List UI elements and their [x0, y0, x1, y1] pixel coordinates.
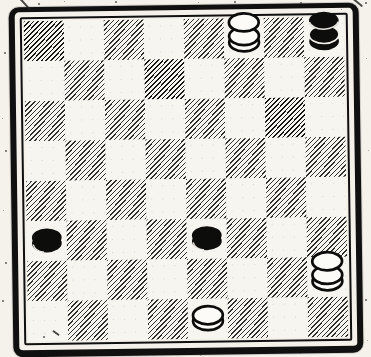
scan-speck: [365, 2, 367, 4]
square-1[interactable]: [64, 20, 105, 61]
dark-square-r3c7[interactable]: [265, 97, 306, 138]
dark-square-r1c3[interactable]: [104, 20, 145, 61]
board-frame: [9, 3, 364, 357]
white-king-square-3[interactable]: [225, 8, 263, 59]
scan-speck: [5, 150, 7, 152]
dark-square-r7c1[interactable]: [27, 261, 68, 302]
dark-square-r1c1[interactable]: [24, 21, 65, 62]
dark-square-r2c8[interactable]: [304, 57, 345, 98]
scan-speck: [234, 1, 236, 3]
square-9[interactable]: [65, 100, 106, 141]
dark-square-r3c5[interactable]: [185, 98, 226, 139]
square-12[interactable]: [305, 97, 346, 138]
scan-speck: [4, 52, 6, 54]
square-17[interactable]: [66, 180, 107, 221]
square-31[interactable]: [188, 298, 229, 339]
square-3[interactable]: [224, 18, 265, 59]
square-23[interactable]: [187, 218, 228, 259]
square-29[interactable]: [28, 301, 69, 342]
dark-square-r3c1[interactable]: [25, 101, 66, 142]
scan-speck: [2, 300, 4, 302]
dark-square-r6c4[interactable]: [147, 219, 188, 260]
scan-speck: [366, 58, 367, 59]
dark-square-r6c2[interactable]: [67, 220, 108, 261]
dark-square-r1c5[interactable]: [184, 18, 225, 59]
black-man-square-23[interactable]: [188, 220, 225, 257]
dark-square-r2c4[interactable]: [144, 59, 185, 100]
square-4[interactable]: [304, 17, 345, 58]
square-13[interactable]: [25, 141, 66, 182]
dark-square-r4c4[interactable]: [145, 139, 186, 180]
scan-speck: [365, 299, 367, 301]
board-inner-border: [20, 13, 353, 346]
square-5[interactable]: [24, 61, 65, 102]
dark-square-r5c7[interactable]: [266, 177, 307, 218]
dark-square-r2c6[interactable]: [224, 58, 265, 99]
scan-speck: [2, 118, 3, 119]
dark-square-r1c7[interactable]: [264, 17, 305, 58]
square-6[interactable]: [104, 60, 145, 101]
scan-speck: [3, 210, 4, 211]
square-21[interactable]: [27, 221, 68, 262]
square-30[interactable]: [108, 300, 149, 341]
dark-square-r3c3[interactable]: [105, 100, 146, 141]
square-18[interactable]: [146, 179, 187, 220]
scan-speck: [38, 3, 40, 5]
dark-square-r8c2[interactable]: [68, 300, 109, 341]
square-14[interactable]: [105, 140, 146, 181]
dark-square-r5c3[interactable]: [106, 180, 147, 221]
scan-speck: [115, 1, 117, 3]
dark-square-r4c8[interactable]: [305, 137, 346, 178]
black-king-square-4[interactable]: [305, 7, 343, 58]
scan-speck: [367, 340, 368, 341]
checkers-board: [24, 17, 348, 341]
white-king-square-28[interactable]: [308, 247, 346, 298]
dark-square-r5c5[interactable]: [186, 178, 227, 219]
square-28[interactable]: [307, 257, 348, 298]
square-22[interactable]: [107, 220, 148, 261]
square-10[interactable]: [145, 99, 186, 140]
square-24[interactable]: [267, 217, 308, 258]
dark-square-r4c6[interactable]: [225, 138, 266, 179]
square-15[interactable]: [185, 138, 226, 179]
scan-speck: [368, 150, 369, 151]
square-19[interactable]: [226, 178, 267, 219]
dark-square-r6c6[interactable]: [227, 218, 268, 259]
dark-square-r4c2[interactable]: [65, 140, 106, 181]
dark-square-r2c2[interactable]: [64, 60, 105, 101]
dark-square-r5c1[interactable]: [26, 181, 67, 222]
scanned-checkers-diagram: [0, 0, 371, 357]
square-2[interactable]: [144, 19, 185, 60]
white-man-square-31[interactable]: [189, 300, 226, 337]
square-26[interactable]: [147, 259, 188, 300]
scan-speck: [200, 355, 201, 356]
square-11[interactable]: [225, 98, 266, 139]
square-7[interactable]: [184, 58, 225, 99]
square-16[interactable]: [265, 137, 306, 178]
dark-square-r8c6[interactable]: [228, 298, 269, 339]
dark-square-r8c4[interactable]: [148, 299, 189, 340]
dark-square-r8c8[interactable]: [308, 297, 349, 338]
square-8[interactable]: [264, 57, 305, 98]
black-man-square-21[interactable]: [28, 223, 65, 260]
scan-speck: [198, 2, 199, 3]
dark-square-r7c5[interactable]: [187, 258, 228, 299]
dark-square-r7c3[interactable]: [107, 260, 148, 301]
dark-square-r7c7[interactable]: [267, 257, 308, 298]
square-25[interactable]: [67, 260, 108, 301]
square-27[interactable]: [227, 258, 268, 299]
scan-speck: [64, 1, 65, 2]
square-32[interactable]: [268, 297, 309, 338]
scan-speck: [5, 262, 7, 264]
square-20[interactable]: [306, 177, 347, 218]
